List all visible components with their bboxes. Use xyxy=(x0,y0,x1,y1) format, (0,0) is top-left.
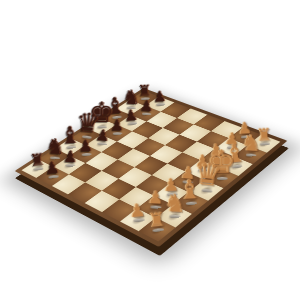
scene: ♜♞♝♛♚♝♞♜♟♟♟♟♟♟♟♟♟♟♟♟♟♟♟♟♜♞♝♛♚♝♞♜ xyxy=(0,0,300,300)
white-rook[interactable]: ♜ xyxy=(134,208,180,232)
product-photo-canvas: ♜♞♝♛♚♝♞♜♟♟♟♟♟♟♟♟♟♟♟♟♟♟♟♟♜♞♝♛♚♝♞♜ xyxy=(0,0,300,300)
chess-board: ♜♞♝♛♚♝♞♜♟♟♟♟♟♟♟♟♟♟♟♟♟♟♟♟♜♞♝♛♚♝♞♜ xyxy=(15,88,288,247)
